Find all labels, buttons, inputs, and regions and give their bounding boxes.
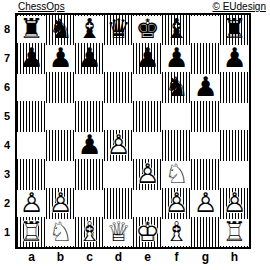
white-pawn-d4[interactable]: ♙ [104,131,133,160]
file-label-e: e [133,250,162,265]
rank-label-5: 5 [0,102,14,131]
square-h7[interactable]: ♟ [220,44,249,73]
white-bishop-f1[interactable]: ♗ [162,218,191,247]
square-h3[interactable] [220,160,249,189]
square-d4[interactable]: ♟♙ [104,131,133,160]
black-knight-b8[interactable]: ♞ [46,15,75,44]
square-c6[interactable] [75,73,104,102]
square-c7[interactable]: ♟ [75,44,104,73]
app-title-link[interactable]: ChessOps [18,1,65,12]
square-a3[interactable] [17,160,46,189]
square-a8[interactable]: ♜ [17,15,46,44]
rank-label-2: 2 [0,189,14,218]
square-g4[interactable] [191,131,220,160]
square-f6[interactable]: ♞ [162,73,191,102]
black-bishop-f8[interactable]: ♝ [162,15,191,44]
square-b6[interactable] [46,73,75,102]
square-b7[interactable]: ♟ [46,44,75,73]
square-h4[interactable] [220,131,249,160]
black-pawn-h7[interactable]: ♟ [220,44,249,73]
white-pawn-b2[interactable]: ♙ [46,189,75,218]
rank-label-1: 1 [0,218,14,247]
board: ♜♞♝♛♚♝♜♟♟♟♟♟♟♞♟♟♟♙♟♙♞♘♟♙♟♙♟♙♟♙♟♙♜♖♞♘♝♗♛♕… [15,13,251,249]
square-g8[interactable] [191,15,220,44]
square-f4[interactable] [162,131,191,160]
square-f7[interactable]: ♟ [162,44,191,73]
square-h8[interactable]: ♜ [220,15,249,44]
rank-labels: 87654321 [0,15,14,247]
white-rook-h1[interactable]: ♖ [220,218,249,247]
square-c2[interactable] [75,189,104,218]
black-pawn-b7[interactable]: ♟ [46,44,75,73]
file-label-g: g [191,250,220,265]
rank-label-8: 8 [0,15,14,44]
square-a6[interactable] [17,73,46,102]
square-e8[interactable]: ♚ [133,15,162,44]
square-h2[interactable]: ♟♙ [220,189,249,218]
square-b5[interactable] [46,102,75,131]
square-e4[interactable] [133,131,162,160]
white-rook-a1[interactable]: ♖ [17,218,46,247]
file-label-c: c [75,250,104,265]
square-g7[interactable] [191,44,220,73]
white-bishop-c1[interactable]: ♗ [75,218,104,247]
white-pawn-g2[interactable]: ♙ [191,189,220,218]
black-rook-a8[interactable]: ♜ [17,15,46,44]
square-c8[interactable]: ♝ [75,15,104,44]
square-a7[interactable]: ♟ [17,44,46,73]
white-pawn-h2[interactable]: ♙ [220,189,249,218]
square-g3[interactable] [191,160,220,189]
square-d5[interactable] [104,102,133,131]
rank-label-7: 7 [0,44,14,73]
black-pawn-e7[interactable]: ♟ [133,44,162,73]
black-pawn-g6[interactable]: ♟ [191,73,220,102]
black-king-e8[interactable]: ♚ [133,15,162,44]
white-pawn-a2[interactable]: ♙ [17,189,46,218]
square-c4[interactable]: ♟ [75,131,104,160]
rank-label-6: 6 [0,73,14,102]
square-e1[interactable]: ♚♔ [133,218,162,247]
square-b3[interactable] [46,160,75,189]
black-pawn-a7[interactable]: ♟ [17,44,46,73]
file-label-f: f [162,250,191,265]
black-pawn-c7[interactable]: ♟ [75,44,104,73]
square-d8[interactable]: ♛ [104,15,133,44]
square-f2[interactable]: ♟♙ [162,189,191,218]
square-e2[interactable] [133,189,162,218]
square-a4[interactable] [17,131,46,160]
square-c1[interactable]: ♝♗ [75,218,104,247]
black-queen-d8[interactable]: ♛ [104,15,133,44]
file-labels: abcdefgh [17,250,249,265]
square-a5[interactable] [17,102,46,131]
file-label-a: a [17,250,46,265]
header: ChessOps © EUdesign [0,0,268,13]
square-a2[interactable]: ♟♙ [17,189,46,218]
square-b8[interactable]: ♞ [46,15,75,44]
white-pawn-f2[interactable]: ♙ [162,189,191,218]
square-h5[interactable] [220,102,249,131]
square-f5[interactable] [162,102,191,131]
square-f1[interactable]: ♝♗ [162,218,191,247]
square-b2[interactable]: ♟♙ [46,189,75,218]
black-pawn-c4[interactable]: ♟ [75,131,104,160]
white-knight-b1[interactable]: ♘ [46,218,75,247]
credit-link[interactable]: © EUdesign [212,1,266,12]
square-f3[interactable]: ♞♘ [162,160,191,189]
black-knight-f6[interactable]: ♞ [162,73,191,102]
square-e6[interactable] [133,73,162,102]
black-bishop-c8[interactable]: ♝ [75,15,104,44]
square-e3[interactable]: ♟♙ [133,160,162,189]
square-b1[interactable]: ♞♘ [46,218,75,247]
square-g2[interactable]: ♟♙ [191,189,220,218]
black-pawn-f7[interactable]: ♟ [162,44,191,73]
square-d3[interactable] [104,160,133,189]
square-h6[interactable] [220,73,249,102]
square-c3[interactable] [75,160,104,189]
square-g6[interactable]: ♟ [191,73,220,102]
square-g5[interactable] [191,102,220,131]
rank-label-3: 3 [0,160,14,189]
square-c5[interactable] [75,102,104,131]
white-queen-d1[interactable]: ♕ [104,218,133,247]
file-label-b: b [46,250,75,265]
white-knight-f3[interactable]: ♘ [162,160,191,189]
square-a1[interactable]: ♜♖ [17,218,46,247]
square-h1[interactable]: ♜♖ [220,218,249,247]
white-king-e1[interactable]: ♔ [133,218,162,247]
black-rook-h8[interactable]: ♜ [220,15,249,44]
square-e7[interactable]: ♟ [133,44,162,73]
square-b4[interactable] [46,131,75,160]
file-label-h: h [220,250,249,265]
white-pawn-e3[interactable]: ♙ [133,160,162,189]
rank-label-4: 4 [0,131,14,160]
square-e5[interactable] [133,102,162,131]
square-d6[interactable] [104,73,133,102]
square-d7[interactable] [104,44,133,73]
square-d1[interactable]: ♛♕ [104,218,133,247]
square-d2[interactable] [104,189,133,218]
chessops-screen: ChessOps © EUdesign 87654321 ♜♞♝♛♚♝♜♟♟♟♟… [0,0,270,270]
square-g1[interactable] [191,218,220,247]
file-label-d: d [104,250,133,265]
square-f8[interactable]: ♝ [162,15,191,44]
